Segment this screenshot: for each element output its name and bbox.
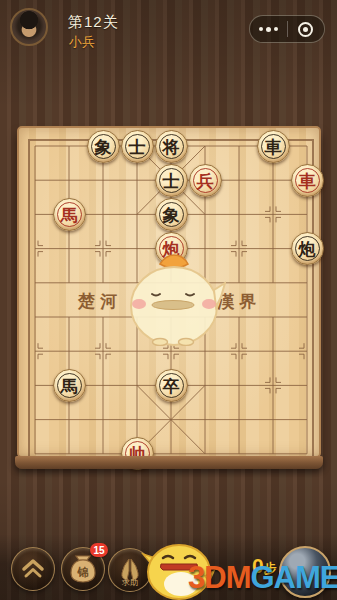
svg-text:锦: 锦 — [77, 566, 89, 579]
piece-glyph: 士 — [163, 172, 180, 189]
piece-red-soldier[interactable]: 兵 — [189, 164, 222, 197]
piece-black-elephant[interactable]: 象 — [87, 130, 120, 163]
hint-count-badge: 15 — [90, 543, 108, 557]
three-dots-icon — [259, 27, 278, 32]
piece-glyph: 将 — [163, 138, 180, 155]
piece-black-horse[interactable]: 馬 — [53, 369, 86, 402]
app-screen: 第12关 小兵 楚河 漢界 象士将車士兵車馬象炮炮馬卒帅 — [0, 0, 337, 600]
wechat-capsule — [249, 15, 325, 43]
piece-glyph: 炮 — [299, 241, 316, 258]
piece-glyph: 帅 — [129, 446, 146, 463]
expand-menu-button[interactable] — [11, 547, 55, 591]
watermark-game: GAME — [250, 560, 337, 595]
piece-red-general[interactable]: 帅 — [121, 437, 154, 470]
watermark-3dm: 3DM — [188, 560, 250, 595]
piece-black-advisor[interactable]: 士 — [121, 130, 154, 163]
piece-glyph: 象 — [95, 138, 112, 155]
piece-black-advisor[interactable]: 士 — [155, 164, 188, 197]
piece-glyph: 車 — [265, 138, 282, 155]
site-watermark: 3DMGAME — [188, 560, 337, 596]
piece-glyph: 馬 — [61, 206, 78, 223]
player-avatar[interactable] — [10, 8, 48, 46]
piece-glyph: 馬 — [61, 377, 78, 394]
piece-black-chariot[interactable]: 車 — [257, 130, 290, 163]
piece-black-elephant[interactable]: 象 — [155, 198, 188, 231]
piece-glyph: 兵 — [197, 172, 214, 189]
help-label: 求助 — [122, 577, 138, 588]
money-bag-icon: 锦 — [68, 554, 98, 584]
chevron-up-icon — [20, 558, 46, 580]
piece-red-chariot[interactable]: 車 — [291, 164, 324, 197]
level-difficulty: 小兵 — [69, 33, 95, 51]
piece-black-cannon[interactable]: 炮 — [291, 232, 324, 265]
piece-glyph: 士 — [129, 138, 146, 155]
river-label-left: 楚河 — [78, 290, 122, 313]
target-circle-icon — [298, 22, 313, 37]
piece-red-horse[interactable]: 馬 — [53, 198, 86, 231]
hint-bag-button[interactable]: 锦 15 — [61, 547, 105, 591]
close-mini-program-button[interactable] — [288, 16, 325, 42]
level-title: 第12关 — [68, 13, 119, 32]
piece-black-general[interactable]: 将 — [155, 130, 188, 163]
piece-glyph: 車 — [299, 172, 316, 189]
piece-glyph: 卒 — [163, 377, 180, 394]
piece-black-soldier[interactable]: 卒 — [155, 369, 188, 402]
chick-mascot — [122, 254, 226, 346]
piece-glyph: 象 — [163, 206, 180, 223]
more-button[interactable] — [250, 16, 287, 42]
